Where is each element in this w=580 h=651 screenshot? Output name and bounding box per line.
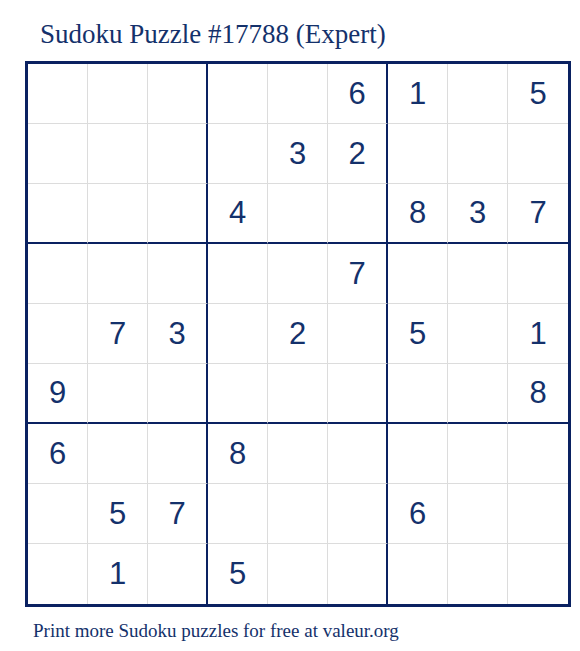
sudoku-cell-r4c5	[268, 244, 328, 304]
sudoku-cell-r1c7: 1	[388, 64, 448, 124]
puzzle-page: Sudoku Puzzle #17788 (Expert) 6153248377…	[0, 0, 580, 651]
sudoku-cell-r8c4	[208, 484, 268, 544]
sudoku-cell-r4c7	[388, 244, 448, 304]
sudoku-cell-r1c3	[148, 64, 208, 124]
sudoku-cell-r2c5: 3	[268, 124, 328, 184]
sudoku-cell-r2c3	[148, 124, 208, 184]
sudoku-cell-r5c5: 2	[268, 304, 328, 364]
sudoku-cell-r3c9: 7	[508, 184, 568, 244]
sudoku-cell-r9c2: 1	[88, 544, 148, 604]
sudoku-cell-r5c3: 3	[148, 304, 208, 364]
sudoku-cell-r5c6	[328, 304, 388, 364]
sudoku-cell-r7c2	[88, 424, 148, 484]
sudoku-cell-r7c7	[388, 424, 448, 484]
footer-text: Print more Sudoku puzzles for free at va…	[33, 620, 580, 642]
sudoku-cell-r9c1	[28, 544, 88, 604]
sudoku-cell-r3c2	[88, 184, 148, 244]
sudoku-cell-r1c5	[268, 64, 328, 124]
sudoku-cell-r8c7: 6	[388, 484, 448, 544]
sudoku-cell-r9c9	[508, 544, 568, 604]
sudoku-cell-r1c2	[88, 64, 148, 124]
sudoku-cell-r2c1	[28, 124, 88, 184]
sudoku-cell-r8c1	[28, 484, 88, 544]
sudoku-cell-r2c2	[88, 124, 148, 184]
sudoku-cell-r1c4	[208, 64, 268, 124]
sudoku-cell-r4c8	[448, 244, 508, 304]
sudoku-cell-r2c8	[448, 124, 508, 184]
sudoku-cell-r8c5	[268, 484, 328, 544]
sudoku-cell-r5c4	[208, 304, 268, 364]
sudoku-cell-r9c5	[268, 544, 328, 604]
sudoku-cell-r7c5	[268, 424, 328, 484]
sudoku-cell-r8c3: 7	[148, 484, 208, 544]
sudoku-cell-r3c7: 8	[388, 184, 448, 244]
sudoku-cell-r3c4: 4	[208, 184, 268, 244]
sudoku-cell-r6c3	[148, 364, 208, 424]
sudoku-cell-r6c6	[328, 364, 388, 424]
sudoku-cell-r1c9: 5	[508, 64, 568, 124]
sudoku-cell-r4c6: 7	[328, 244, 388, 304]
sudoku-cell-r6c1: 9	[28, 364, 88, 424]
sudoku-cell-r1c8	[448, 64, 508, 124]
sudoku-cell-r8c9	[508, 484, 568, 544]
sudoku-cell-r8c8	[448, 484, 508, 544]
page-title: Sudoku Puzzle #17788 (Expert)	[0, 0, 580, 52]
sudoku-cell-r9c3	[148, 544, 208, 604]
sudoku-cell-r7c6	[328, 424, 388, 484]
sudoku-cell-r5c9: 1	[508, 304, 568, 364]
sudoku-cell-r6c7	[388, 364, 448, 424]
sudoku-cell-r7c8	[448, 424, 508, 484]
sudoku-cell-r8c6	[328, 484, 388, 544]
sudoku-cell-r7c3	[148, 424, 208, 484]
sudoku-cell-r4c4	[208, 244, 268, 304]
sudoku-cell-r5c2: 7	[88, 304, 148, 364]
sudoku-cell-r4c3	[148, 244, 208, 304]
sudoku-cell-r6c9: 8	[508, 364, 568, 424]
sudoku-cell-r5c7: 5	[388, 304, 448, 364]
sudoku-cell-r2c6: 2	[328, 124, 388, 184]
sudoku-cell-r8c2: 5	[88, 484, 148, 544]
sudoku-cell-r3c8: 3	[448, 184, 508, 244]
sudoku-cell-r6c8	[448, 364, 508, 424]
sudoku-cell-r9c6	[328, 544, 388, 604]
sudoku-cell-r9c4: 5	[208, 544, 268, 604]
sudoku-cell-r7c1: 6	[28, 424, 88, 484]
sudoku-cell-r7c9	[508, 424, 568, 484]
sudoku-cell-r6c4	[208, 364, 268, 424]
sudoku-cell-r9c7	[388, 544, 448, 604]
sudoku-cell-r4c9	[508, 244, 568, 304]
sudoku-cell-r6c2	[88, 364, 148, 424]
sudoku-cell-r3c1	[28, 184, 88, 244]
sudoku-cell-r4c2	[88, 244, 148, 304]
sudoku-cell-r2c9	[508, 124, 568, 184]
sudoku-cell-r3c6	[328, 184, 388, 244]
sudoku-cell-r5c8	[448, 304, 508, 364]
sudoku-cell-r1c1	[28, 64, 88, 124]
sudoku-cell-r2c4	[208, 124, 268, 184]
sudoku-cell-r4c1	[28, 244, 88, 304]
sudoku-cell-r6c5	[268, 364, 328, 424]
sudoku-cell-r2c7	[388, 124, 448, 184]
sudoku-cell-r1c6: 6	[328, 64, 388, 124]
sudoku-cell-r5c1	[28, 304, 88, 364]
sudoku-cell-r3c5	[268, 184, 328, 244]
sudoku-cell-r3c3	[148, 184, 208, 244]
sudoku-cell-r9c8	[448, 544, 508, 604]
sudoku-cell-r7c4: 8	[208, 424, 268, 484]
sudoku-board: 615324837773251986857615	[25, 61, 571, 607]
